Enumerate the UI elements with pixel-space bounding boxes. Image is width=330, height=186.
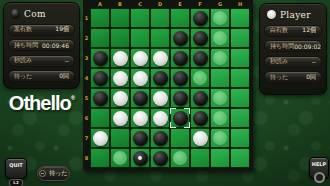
player-time-label: 持ち時間 [270, 42, 294, 51]
square-E4[interactable] [171, 69, 189, 87]
undo-button[interactable]: 待った [37, 166, 70, 181]
legal-move-hint [213, 51, 227, 65]
square-B4[interactable] [111, 69, 129, 87]
com-undo-count-row: 待った 0回 [8, 70, 75, 82]
square-A8[interactable] [91, 149, 109, 167]
row-label-3: 3 [83, 48, 90, 68]
col-label-B: B [110, 0, 130, 8]
white-stone [113, 91, 128, 106]
black-stone [93, 91, 108, 106]
square-F7[interactable] [191, 129, 209, 147]
square-C1[interactable] [131, 9, 149, 27]
player-undo-count-row: 待った 0回 [264, 71, 322, 83]
square-C8[interactable] [131, 149, 149, 167]
black-stone [153, 131, 168, 146]
square-A2[interactable] [91, 29, 109, 47]
player-panel-header: Player [264, 8, 322, 21]
square-D6[interactable] [151, 109, 169, 127]
square-E3[interactable] [171, 49, 189, 67]
quit-label: QUIT [6, 161, 26, 169]
black-stone [173, 91, 188, 106]
player-stone-count-value: 12個 [302, 26, 316, 35]
board-grid [90, 8, 250, 168]
square-H7[interactable] [231, 129, 249, 147]
col-label-D: D [150, 0, 170, 8]
square-D5[interactable] [151, 89, 169, 107]
square-E6[interactable] [171, 109, 189, 127]
black-stone [173, 111, 188, 126]
com-stone-count-row: 黒石数 19個 [8, 24, 75, 36]
com-player-name: Com [24, 9, 46, 19]
white-stone [193, 131, 208, 146]
square-E8[interactable] [171, 149, 189, 167]
com-undo-count-label: 待った [14, 72, 32, 81]
square-G2[interactable] [211, 29, 229, 47]
player-panel: Player 白石数 12個 持ち時間 00:09:02 秒読み -- 待った … [259, 3, 327, 95]
col-label-C: C [130, 0, 150, 8]
white-stone [113, 51, 128, 66]
square-A3[interactable] [91, 49, 109, 67]
square-H6[interactable] [231, 109, 249, 127]
player-stone-count-label: 白石数 [270, 26, 288, 35]
white-stone [153, 111, 168, 126]
square-H1[interactable] [231, 9, 249, 27]
circle-key-icon [314, 172, 325, 183]
legal-move-hint [213, 11, 227, 25]
legal-move-hint [213, 91, 227, 105]
help-button[interactable]: HELP [309, 157, 329, 179]
square-C7[interactable] [131, 129, 149, 147]
black-stone [193, 91, 208, 106]
com-byoyomi-row: 秒読み -- [8, 55, 75, 67]
white-stone [93, 131, 108, 146]
legal-move-hint [213, 111, 227, 125]
player-byoyomi-label: 秒読み [270, 57, 288, 66]
col-label-A: A [90, 0, 110, 8]
square-C2[interactable] [131, 29, 149, 47]
square-C5[interactable] [131, 89, 149, 107]
square-F6[interactable] [191, 109, 209, 127]
white-stone [133, 51, 148, 66]
black-stone [133, 151, 148, 166]
square-B2[interactable] [111, 29, 129, 47]
l2-key-icon: L2 [9, 179, 23, 186]
black-stone [93, 71, 108, 86]
square-C4[interactable] [131, 69, 149, 87]
square-H2[interactable] [231, 29, 249, 47]
white-stone [133, 71, 148, 86]
square-D2[interactable] [151, 29, 169, 47]
square-G3[interactable] [211, 49, 229, 67]
black-stone [133, 91, 148, 106]
row-label-6: 6 [83, 108, 90, 128]
black-stone [93, 51, 108, 66]
square-D4[interactable] [151, 69, 169, 87]
square-B7[interactable] [111, 129, 129, 147]
com-time-row: 持ち時間 00:09:46 [8, 39, 75, 51]
square-D7[interactable] [151, 129, 169, 147]
registered-mark: ® [71, 95, 75, 101]
com-byoyomi-label: 秒読み [14, 56, 32, 65]
legal-move-hint [173, 151, 187, 165]
white-stone [113, 71, 128, 86]
square-D3[interactable] [151, 49, 169, 67]
com-stone-count-label: 黒石数 [14, 25, 32, 34]
player-undo-count-label: 待った [270, 73, 288, 82]
row-label-5: 5 [83, 88, 90, 108]
square-C3[interactable] [131, 49, 149, 67]
square-A6[interactable] [91, 109, 109, 127]
com-byoyomi-value: -- [65, 57, 69, 64]
row-label-1: 1 [83, 8, 90, 28]
col-label-F: F [190, 0, 210, 8]
white-stone-icon [267, 10, 276, 19]
legal-move-hint [213, 131, 227, 145]
square-H8[interactable] [231, 149, 249, 167]
othello-logo: Othello® [0, 92, 84, 115]
white-stone [133, 111, 148, 126]
last-move-marker [138, 156, 143, 161]
square-H5[interactable] [231, 89, 249, 107]
com-time-label: 持ち時間 [14, 41, 38, 50]
row-label-7: 7 [83, 128, 90, 148]
square-E7[interactable] [171, 129, 189, 147]
square-F2[interactable] [191, 29, 209, 47]
square-F5[interactable] [191, 89, 209, 107]
square-G7[interactable] [211, 129, 229, 147]
square-F1[interactable] [191, 9, 209, 27]
help-label: HELP [310, 160, 328, 168]
col-label-G: G [210, 0, 230, 8]
com-panel: Com 黒石数 19個 持ち時間 00:09:46 秒読み -- 待った 0回 [3, 2, 80, 89]
player-stone-count-row: 白石数 12個 [264, 25, 322, 37]
black-stone [153, 151, 168, 166]
row-label-8: 8 [83, 148, 90, 168]
player-byoyomi-value: -- [312, 58, 316, 65]
square-G5[interactable] [211, 89, 229, 107]
square-B6[interactable] [111, 109, 129, 127]
square-B1[interactable] [111, 9, 129, 27]
black-stone [193, 111, 208, 126]
quit-button[interactable]: QUIT L2 [5, 158, 27, 179]
square-H4[interactable] [231, 69, 249, 87]
player-time-row: 持ち時間 00:09:02 [264, 40, 322, 52]
column-labels: ABCDEFGH [90, 0, 250, 8]
white-stone [113, 111, 128, 126]
square-A5[interactable] [91, 89, 109, 107]
square-F8[interactable] [191, 149, 209, 167]
legal-move-hint [193, 71, 207, 85]
com-panel-header: Com [8, 7, 75, 20]
circle-button-icon [39, 170, 46, 177]
com-time-value: 00:09:46 [42, 42, 69, 49]
square-D1[interactable] [151, 9, 169, 27]
col-label-H: H [230, 0, 250, 8]
star-point [129, 47, 132, 50]
star-point [129, 127, 132, 130]
black-stone [173, 51, 188, 66]
row-label-4: 4 [83, 68, 90, 88]
col-label-E: E [170, 0, 190, 8]
player-name: Player [280, 10, 311, 20]
square-H3[interactable] [231, 49, 249, 67]
square-A1[interactable] [91, 9, 109, 27]
square-B8[interactable] [111, 149, 129, 167]
square-E2[interactable] [171, 29, 189, 47]
black-stone [173, 31, 188, 46]
row-label-2: 2 [83, 28, 90, 48]
com-undo-count-value: 0回 [59, 72, 69, 81]
com-stone-count-value: 19個 [55, 25, 69, 34]
square-F4[interactable] [191, 69, 209, 87]
black-stone [193, 51, 208, 66]
black-stone [133, 131, 148, 146]
square-F3[interactable] [191, 49, 209, 67]
undo-label: 待った [49, 169, 67, 178]
white-stone [153, 91, 168, 106]
star-point [209, 47, 212, 50]
square-B5[interactable] [111, 89, 129, 107]
legal-move-hint [213, 31, 227, 45]
player-byoyomi-row: 秒読み -- [264, 56, 322, 68]
legal-move-hint [113, 151, 127, 165]
black-stone-icon [11, 9, 20, 18]
white-stone [153, 51, 168, 66]
square-E1[interactable] [171, 9, 189, 27]
player-undo-count-value: 0回 [306, 73, 316, 82]
square-E5[interactable] [171, 89, 189, 107]
square-G8[interactable] [211, 149, 229, 167]
row-labels: 12345678 [83, 8, 90, 168]
black-stone [153, 71, 168, 86]
square-D8[interactable] [151, 149, 169, 167]
square-B3[interactable] [111, 49, 129, 67]
square-A4[interactable] [91, 69, 109, 87]
square-C6[interactable] [131, 109, 149, 127]
square-G4[interactable] [211, 69, 229, 87]
black-stone [193, 11, 208, 26]
black-stone [193, 31, 208, 46]
player-time-value: 00:09:02 [294, 43, 321, 50]
square-A7[interactable] [91, 129, 109, 147]
square-G1[interactable] [211, 9, 229, 27]
black-stone [173, 71, 188, 86]
star-point [209, 127, 212, 130]
square-G6[interactable] [211, 109, 229, 127]
othello-board: ABCDEFGH 12345678 [83, 0, 253, 171]
